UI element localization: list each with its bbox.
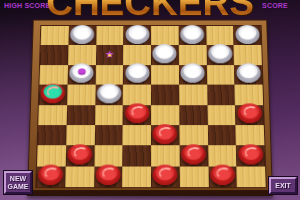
red-piece[interactable]: [38, 165, 63, 186]
red-piece[interactable]: [181, 144, 206, 164]
board-square[interactable]: [179, 85, 207, 105]
board-square[interactable]: [123, 45, 151, 65]
red-piece[interactable]: [237, 104, 262, 124]
board-square[interactable]: [36, 166, 65, 187]
white-piece[interactable]: [235, 25, 259, 44]
board-square[interactable]: ★: [96, 45, 124, 65]
board-square[interactable]: [237, 166, 266, 187]
board-square[interactable]: [208, 166, 237, 187]
board-square[interactable]: [123, 105, 151, 125]
star-powerup-icon[interactable]: ★: [105, 50, 115, 60]
board-square[interactable]: [206, 26, 234, 45]
high-score-label: HIGH SCORE: [4, 2, 50, 10]
white-piece[interactable]: [208, 44, 232, 63]
exit-button[interactable]: EXIT: [269, 177, 297, 194]
board-square[interactable]: [235, 105, 264, 125]
board-square[interactable]: [206, 45, 234, 65]
board-square[interactable]: [235, 85, 264, 105]
board-square[interactable]: [178, 26, 206, 45]
red-piece[interactable]: [96, 165, 121, 186]
red-piece[interactable]: [210, 165, 235, 186]
board-square[interactable]: [41, 26, 69, 45]
star-center-dot: [108, 54, 111, 57]
board-square[interactable]: [179, 45, 207, 65]
red-piece[interactable]: [153, 124, 178, 144]
board-square[interactable]: [207, 125, 236, 145]
white-piece[interactable]: [125, 64, 149, 83]
board-square[interactable]: [94, 166, 123, 187]
board-square[interactable]: [68, 26, 96, 45]
board-square[interactable]: [206, 65, 234, 85]
white-piece-marked[interactable]: [69, 64, 94, 83]
board-square[interactable]: [151, 45, 179, 65]
white-piece[interactable]: [180, 64, 204, 83]
board-square[interactable]: [94, 125, 123, 145]
white-piece[interactable]: [153, 44, 177, 63]
board-square[interactable]: [96, 26, 124, 45]
new-game-button[interactable]: NEW GAME: [4, 171, 32, 194]
board-square[interactable]: [65, 145, 94, 166]
board-square[interactable]: [234, 45, 262, 65]
board-square[interactable]: [179, 105, 207, 125]
board-square[interactable]: [179, 65, 207, 85]
board-square[interactable]: [68, 45, 96, 65]
board-square[interactable]: [94, 145, 123, 166]
board-square[interactable]: [122, 166, 151, 187]
board-square[interactable]: [179, 145, 208, 166]
board-square[interactable]: [151, 65, 179, 85]
board-square[interactable]: [67, 65, 95, 85]
board-square[interactable]: [236, 125, 265, 145]
board-frame: ★: [27, 20, 273, 196]
board-square[interactable]: [95, 105, 123, 125]
board-square[interactable]: [123, 85, 151, 105]
white-piece[interactable]: [125, 25, 149, 44]
board-square[interactable]: [207, 85, 235, 105]
red-piece[interactable]: [153, 165, 178, 186]
board-square[interactable]: [122, 145, 151, 166]
board-square[interactable]: [151, 166, 180, 187]
board-square[interactable]: [207, 105, 236, 125]
board-square[interactable]: [38, 105, 67, 125]
board-square[interactable]: [151, 105, 179, 125]
board-square[interactable]: [39, 85, 68, 105]
red-piece[interactable]: [238, 144, 263, 164]
board-square[interactable]: [66, 125, 95, 145]
white-piece[interactable]: [180, 25, 204, 44]
board-square[interactable]: [208, 145, 237, 166]
white-piece[interactable]: [97, 84, 122, 104]
board-square[interactable]: [95, 85, 123, 105]
board-square[interactable]: [123, 26, 151, 45]
board-square[interactable]: [234, 65, 262, 85]
board-square[interactable]: [236, 145, 265, 166]
white-piece[interactable]: [236, 64, 261, 83]
board-square[interactable]: [39, 65, 67, 85]
board-square[interactable]: [123, 125, 151, 145]
board-square[interactable]: [180, 166, 209, 187]
red-piece[interactable]: [67, 144, 92, 164]
board-square[interactable]: [67, 85, 95, 105]
board-square[interactable]: [123, 65, 151, 85]
board-square[interactable]: [233, 26, 261, 45]
board-square[interactable]: [179, 125, 208, 145]
board-square[interactable]: [151, 145, 180, 166]
game-screen: HIGH SCORE SCORE CHECKERS ★ NEW GAME EXI…: [0, 0, 300, 200]
red-piece[interactable]: [125, 104, 150, 124]
red-piece-selected[interactable]: [41, 84, 66, 104]
board-square[interactable]: [66, 105, 95, 125]
board-square[interactable]: [151, 125, 179, 145]
score-label: SCORE: [262, 2, 288, 10]
board-square[interactable]: [38, 125, 67, 145]
board-square[interactable]: [65, 166, 94, 187]
game-title: CHECKERS: [46, 0, 254, 21]
white-piece[interactable]: [70, 25, 94, 44]
board-square[interactable]: [95, 65, 123, 85]
board-square[interactable]: [37, 145, 66, 166]
board-square[interactable]: [151, 26, 179, 45]
checkers-board[interactable]: ★: [35, 25, 267, 188]
board-square[interactable]: [40, 45, 68, 65]
board-square[interactable]: [151, 85, 179, 105]
